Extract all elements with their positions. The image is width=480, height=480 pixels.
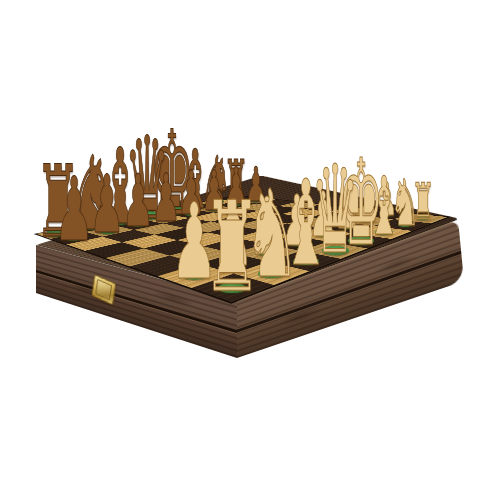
chess-set-photo: ♜♞♝♛♚♝♞♜♟♟♟♟♟♟♟♟♟♟♟♟♟♟♟♟♜♞♝♛♚♝♞♜ [0,0,480,480]
brass-clasp-border [95,279,112,300]
brass-clasp [91,274,116,305]
